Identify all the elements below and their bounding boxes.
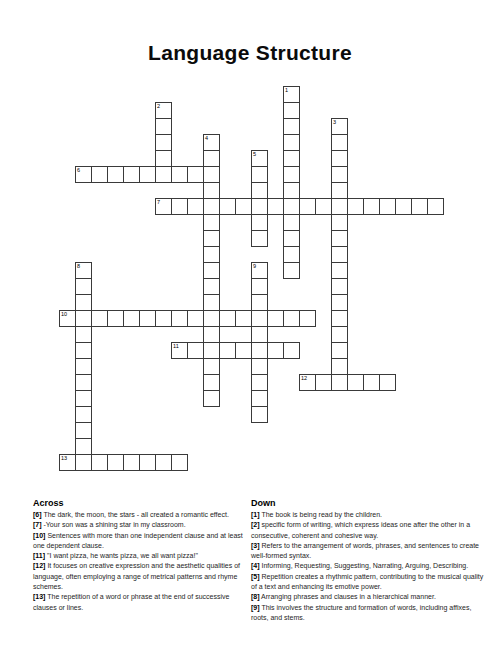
cell-r7-c8[interactable] <box>187 198 204 215</box>
cell-number-2: 2 <box>157 103 160 110</box>
clue-number-label: [7] <box>33 521 42 528</box>
across-header: Across <box>33 497 249 509</box>
cell-r11-c9[interactable] <box>203 262 220 279</box>
cell-r3-c6[interactable] <box>155 134 172 151</box>
cell-r18-c20[interactable] <box>379 374 396 391</box>
cell-r9-c9[interactable] <box>203 230 220 247</box>
cell-r15-c1[interactable] <box>75 326 92 343</box>
crossword-grid: 12345678910111213 <box>59 86 445 472</box>
cell-r8-c9[interactable] <box>203 214 220 231</box>
down-header: Down <box>251 497 489 509</box>
cell-r23-c5[interactable] <box>139 454 156 471</box>
clue-number-label: [4] <box>251 562 260 569</box>
cell-r17-c17[interactable] <box>331 358 348 375</box>
cell-r21-c1[interactable] <box>75 422 92 439</box>
cell-r5-c1[interactable]: 6 <box>75 166 92 183</box>
cell-r7-c11[interactable] <box>235 198 252 215</box>
cell-r14-c5[interactable] <box>139 310 156 327</box>
cell-r7-c14[interactable] <box>283 198 300 215</box>
cell-number-1: 1 <box>285 87 288 94</box>
cell-r7-c16[interactable] <box>315 198 332 215</box>
cell-r10-c9[interactable] <box>203 246 220 263</box>
cell-r5-c6[interactable] <box>155 166 172 183</box>
crossword-sheet: Language Structure 12345678910111213 Acr… <box>0 0 500 647</box>
cell-r18-c19[interactable] <box>363 374 380 391</box>
clue-down-4: [4] Informing, Requesting, Suggesting, N… <box>251 561 489 571</box>
cell-number-7: 7 <box>157 199 160 206</box>
cell-r5-c9[interactable] <box>203 166 220 183</box>
cell-r15-c17[interactable] <box>331 326 348 343</box>
cell-number-12: 12 <box>301 375 307 382</box>
cell-number-10: 10 <box>61 311 67 318</box>
cell-r13-c17[interactable] <box>331 294 348 311</box>
clue-number-label: [11] <box>33 552 45 559</box>
cell-r10-c17[interactable] <box>331 246 348 263</box>
cell-r0-c14[interactable]: 1 <box>283 86 300 103</box>
cell-r20-c1[interactable] <box>75 406 92 423</box>
cell-r3-c14[interactable] <box>283 134 300 151</box>
cell-r7-c21[interactable] <box>395 198 412 215</box>
cell-r12-c9[interactable] <box>203 278 220 295</box>
cell-r16-c11[interactable] <box>235 342 252 359</box>
cell-r7-c9[interactable] <box>203 198 220 215</box>
cell-r17-c12[interactable] <box>251 358 268 375</box>
cell-r23-c7[interactable] <box>171 454 188 471</box>
cell-r19-c12[interactable] <box>251 390 268 407</box>
down-clue-list: [1] The book is being read by the childr… <box>251 510 489 623</box>
clue-down-3: [3] Refers to the arrangement of words, … <box>251 541 489 562</box>
cell-r23-c2[interactable] <box>91 454 108 471</box>
cell-number-4: 4 <box>205 135 208 142</box>
cell-r16-c17[interactable] <box>331 342 348 359</box>
cell-r22-c1[interactable] <box>75 438 92 455</box>
clue-down-8: [8] Arranging phrases and clauses in a h… <box>251 592 489 602</box>
clue-down-2: [2] specific form of writing, which expr… <box>251 520 489 541</box>
cell-number-6: 6 <box>77 167 80 174</box>
cell-r13-c9[interactable] <box>203 294 220 311</box>
cell-r5-c3[interactable] <box>107 166 124 183</box>
cell-r10-c14[interactable] <box>283 246 300 263</box>
cell-r6-c17[interactable] <box>331 182 348 199</box>
cell-r2-c17[interactable]: 3 <box>331 118 348 135</box>
cell-r18-c16[interactable] <box>315 374 332 391</box>
cell-number-13: 13 <box>61 455 67 462</box>
cell-r18-c18[interactable] <box>347 374 364 391</box>
cell-r6-c12[interactable] <box>251 182 268 199</box>
cell-r14-c2[interactable] <box>91 310 108 327</box>
puzzle-title: Language Structure <box>0 41 500 65</box>
cell-r9-c14[interactable] <box>283 230 300 247</box>
clue-down-1: [1] The book is being read by the childr… <box>251 510 489 520</box>
cell-r17-c9[interactable] <box>203 358 220 375</box>
cell-r7-c6[interactable]: 7 <box>155 198 172 215</box>
cell-r13-c1[interactable] <box>75 294 92 311</box>
clue-across-7: [7] -Your son was a shining star in my c… <box>33 520 249 530</box>
cell-r23-c0[interactable]: 13 <box>59 454 76 471</box>
down-clues-section: Down [1] The book is being read by the c… <box>251 497 489 623</box>
cell-r3-c9[interactable]: 4 <box>203 134 220 151</box>
cell-r15-c9[interactable] <box>203 326 220 343</box>
cell-r8-c17[interactable] <box>331 214 348 231</box>
cell-r14-c8[interactable] <box>187 310 204 327</box>
cell-number-11: 11 <box>173 343 179 350</box>
cell-r14-c15[interactable] <box>299 310 316 327</box>
cell-r14-c1[interactable] <box>75 310 92 327</box>
cell-r16-c7[interactable]: 11 <box>171 342 188 359</box>
cell-r4-c17[interactable] <box>331 150 348 167</box>
cell-r2-c6[interactable] <box>155 118 172 135</box>
cell-r14-c3[interactable] <box>107 310 124 327</box>
cell-r7-c13[interactable] <box>267 198 284 215</box>
clue-number-label: [1] <box>251 511 260 518</box>
clue-number-label: [13] <box>33 593 45 600</box>
cell-r7-c18[interactable] <box>347 198 364 215</box>
clue-number-label: [6] <box>33 511 42 518</box>
cell-r16-c8[interactable] <box>187 342 204 359</box>
cell-r14-c11[interactable] <box>235 310 252 327</box>
cell-r20-c12[interactable] <box>251 406 268 423</box>
cell-r7-c20[interactable] <box>379 198 396 215</box>
cell-number-8: 8 <box>77 263 80 270</box>
clue-number-label: [3] <box>251 542 260 549</box>
cell-r23-c4[interactable] <box>123 454 140 471</box>
cell-r7-c10[interactable] <box>219 198 236 215</box>
clue-down-9: [9] This involves the structure and form… <box>251 603 489 624</box>
cell-r9-c12[interactable] <box>251 230 268 247</box>
cell-r14-c9[interactable] <box>203 310 220 327</box>
cell-r16-c12[interactable] <box>251 342 268 359</box>
cell-r7-c23[interactable] <box>427 198 444 215</box>
cell-r5-c12[interactable] <box>251 166 268 183</box>
cell-r2-c14[interactable] <box>283 118 300 135</box>
cell-r5-c8[interactable] <box>187 166 204 183</box>
cell-r14-c10[interactable] <box>219 310 236 327</box>
cell-r11-c12[interactable]: 9 <box>251 262 268 279</box>
cell-r5-c2[interactable] <box>91 166 108 183</box>
cell-r16-c10[interactable] <box>219 342 236 359</box>
cell-r23-c6[interactable] <box>155 454 172 471</box>
cell-r19-c1[interactable] <box>75 390 92 407</box>
clue-across-10: [10] Sentences with more than one indepe… <box>33 531 249 552</box>
cell-r14-c12[interactable] <box>251 310 268 327</box>
cell-r7-c22[interactable] <box>411 198 428 215</box>
clue-number-label: [8] <box>251 593 260 600</box>
clue-number-label: [2] <box>251 521 260 528</box>
cell-r17-c1[interactable] <box>75 358 92 375</box>
cell-r5-c14[interactable] <box>283 166 300 183</box>
cell-r11-c14[interactable] <box>283 262 300 279</box>
cell-r14-c13[interactable] <box>267 310 284 327</box>
cell-r14-c14[interactable] <box>283 310 300 327</box>
cell-r3-c17[interactable] <box>331 134 348 151</box>
cell-r16-c14[interactable] <box>283 342 300 359</box>
cell-number-3: 3 <box>333 119 336 126</box>
cell-r14-c6[interactable] <box>155 310 172 327</box>
cell-r4-c12[interactable]: 5 <box>251 150 268 167</box>
clue-across-11: [11] "I want pizza, he wants pizza, we a… <box>33 551 249 561</box>
cell-r8-c12[interactable] <box>251 214 268 231</box>
cell-r16-c1[interactable] <box>75 342 92 359</box>
cell-r5-c7[interactable] <box>171 166 188 183</box>
cell-r7-c17[interactable] <box>331 198 348 215</box>
cell-r7-c15[interactable] <box>299 198 316 215</box>
cell-r19-c9[interactable] <box>203 390 220 407</box>
cell-r9-c17[interactable] <box>331 230 348 247</box>
cell-r4-c14[interactable] <box>283 150 300 167</box>
cell-r7-c12[interactable] <box>251 198 268 215</box>
cell-r16-c13[interactable] <box>267 342 284 359</box>
cell-r1-c6[interactable]: 2 <box>155 102 172 119</box>
cell-r12-c1[interactable] <box>75 278 92 295</box>
cell-r11-c17[interactable] <box>331 262 348 279</box>
cell-r14-c0[interactable]: 10 <box>59 310 76 327</box>
cell-r12-c12[interactable] <box>251 278 268 295</box>
cell-r14-c17[interactable] <box>331 310 348 327</box>
across-clue-list: [6] The dark, the moon, the stars - all … <box>33 510 249 613</box>
cell-r18-c12[interactable] <box>251 374 268 391</box>
cell-r18-c1[interactable] <box>75 374 92 391</box>
cell-r7-c19[interactable] <box>363 198 380 215</box>
clue-number-label: [12] <box>33 562 45 569</box>
cell-r5-c5[interactable] <box>139 166 156 183</box>
cell-r12-c17[interactable] <box>331 278 348 295</box>
cell-r5-c4[interactable] <box>123 166 140 183</box>
cell-r6-c9[interactable] <box>203 182 220 199</box>
cell-r8-c14[interactable] <box>283 214 300 231</box>
clue-across-13: [13] The repetition of a word or phrase … <box>33 592 249 613</box>
clue-across-12: [12] It focuses on creative expression a… <box>33 561 249 592</box>
cell-r14-c7[interactable] <box>171 310 188 327</box>
cell-r15-c12[interactable] <box>251 326 268 343</box>
cell-r4-c6[interactable] <box>155 150 172 167</box>
cell-r4-c9[interactable] <box>203 150 220 167</box>
cell-number-5: 5 <box>253 151 256 158</box>
cell-r5-c17[interactable] <box>331 166 348 183</box>
cell-r1-c14[interactable] <box>283 102 300 119</box>
cell-r18-c15[interactable]: 12 <box>299 374 316 391</box>
cell-r13-c12[interactable] <box>251 294 268 311</box>
clue-across-6: [6] The dark, the moon, the stars - all … <box>33 510 249 520</box>
cell-r16-c9[interactable] <box>203 342 220 359</box>
cell-r7-c7[interactable] <box>171 198 188 215</box>
across-clues-section: Across [6] The dark, the moon, the stars… <box>33 497 249 613</box>
cell-r23-c1[interactable] <box>75 454 92 471</box>
cell-r18-c17[interactable] <box>331 374 348 391</box>
cell-r11-c1[interactable]: 8 <box>75 262 92 279</box>
clue-number-label: [9] <box>251 604 260 611</box>
cell-r14-c4[interactable] <box>123 310 140 327</box>
cell-r6-c14[interactable] <box>283 182 300 199</box>
clue-number-label: [5] <box>251 573 260 580</box>
clue-number-label: [10] <box>33 532 45 539</box>
cell-number-9: 9 <box>253 263 256 270</box>
cell-r18-c9[interactable] <box>203 374 220 391</box>
cell-r23-c3[interactable] <box>107 454 124 471</box>
clue-down-5: [5] Repetition creates a rhythmic patter… <box>251 572 489 593</box>
